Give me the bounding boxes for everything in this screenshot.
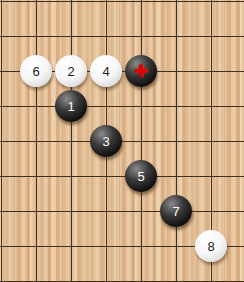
grid-hline (0, 176, 244, 177)
stone-white-4: 4 (90, 55, 122, 87)
stone-black-7: 7 (160, 195, 192, 227)
stone-number: 8 (207, 240, 214, 253)
stone-black-marked: ✚ (125, 55, 157, 87)
stone-number: 3 (102, 135, 109, 148)
stone-number: 4 (102, 65, 109, 78)
stone-black-3: 3 (90, 125, 122, 157)
go-board[interactable]: 624✚13578 (0, 0, 244, 282)
grid-hline (0, 36, 244, 37)
stone-number: 7 (172, 205, 179, 218)
stone-black-1: 1 (55, 90, 87, 122)
stone-white-8: 8 (195, 230, 227, 262)
stone-number: 6 (32, 65, 39, 78)
stone-black-5: 5 (125, 160, 157, 192)
stone-white-2: 2 (55, 55, 87, 87)
stone-number: 5 (137, 170, 144, 183)
stone-white-6: 6 (20, 55, 52, 87)
grid-hline (0, 1, 244, 2)
red-cross-marker: ✚ (134, 63, 148, 80)
grid-hline (0, 106, 244, 107)
grid-hline (0, 141, 244, 142)
grid-hline (0, 211, 244, 212)
stone-number: 2 (67, 65, 74, 78)
stone-number: 1 (67, 100, 74, 113)
